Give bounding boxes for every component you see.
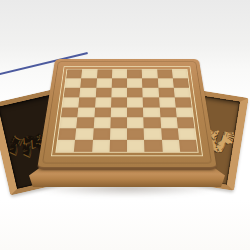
board-square-b1 <box>74 140 92 152</box>
board-square-e3 <box>127 118 144 129</box>
board-frame <box>37 59 217 170</box>
board-square-c8 <box>97 69 112 78</box>
board-square-c4 <box>94 107 111 117</box>
board-square-e8 <box>127 69 142 78</box>
board-square-g6 <box>158 88 174 98</box>
chess-board <box>37 59 217 170</box>
board-square-f4 <box>143 107 160 117</box>
board-square-h7 <box>173 78 189 87</box>
board-square-a5 <box>62 97 79 107</box>
board-inlay-border <box>51 66 203 156</box>
board-square-c2 <box>92 129 110 140</box>
board-square-h8 <box>172 69 188 78</box>
board-square-d7 <box>111 78 127 87</box>
chess-set-photo: ♜♞♝♛♟♞♝♟♜♚♟♞♟♝ ♜♞♝♛♟♞♝♟♜♚♟♞♟♝ <box>0 0 250 250</box>
board-square-f1 <box>144 140 162 152</box>
board-square-h1 <box>179 140 198 152</box>
board-square-b7 <box>80 78 96 87</box>
board-square-g4 <box>159 107 176 117</box>
board-square-h5 <box>174 97 191 107</box>
board-square-h3 <box>177 118 195 129</box>
board-square-a1 <box>56 140 75 152</box>
board-square-e5 <box>127 97 143 107</box>
board-square-g8 <box>157 69 173 78</box>
board-square-b2 <box>75 129 93 140</box>
board-square-f6 <box>143 88 159 98</box>
board-square-e1 <box>127 140 145 152</box>
board-square-c5 <box>95 97 111 107</box>
board-square-d8 <box>112 69 127 78</box>
board-square-g3 <box>160 118 178 129</box>
board-square-a7 <box>65 78 81 87</box>
board-square-b4 <box>77 107 94 117</box>
board-square-b6 <box>80 88 96 98</box>
board-square-e7 <box>127 78 143 87</box>
board-square-g5 <box>159 97 176 107</box>
board-square-e2 <box>127 129 144 140</box>
board-square-e6 <box>127 88 143 98</box>
board-square-a8 <box>66 69 82 78</box>
board-square-a4 <box>61 107 79 117</box>
board-square-b8 <box>81 69 97 78</box>
board-square-d3 <box>110 118 127 129</box>
board-square-f8 <box>142 69 157 78</box>
board-square-e4 <box>127 107 144 117</box>
board-square-b5 <box>79 97 96 107</box>
board-square-d4 <box>110 107 127 117</box>
board-square-a3 <box>60 118 78 129</box>
board-square-d5 <box>111 97 127 107</box>
board-square-d1 <box>109 140 127 152</box>
board-square-h4 <box>175 107 193 117</box>
board-square-f7 <box>142 78 158 87</box>
board-square-g1 <box>162 140 180 152</box>
board-square-d2 <box>110 129 127 140</box>
board-square-b3 <box>76 118 94 129</box>
board-base-plinth <box>29 167 225 187</box>
board-square-g2 <box>161 129 179 140</box>
board-square-f2 <box>144 129 162 140</box>
board-square-h6 <box>174 88 191 98</box>
board-square-a2 <box>58 129 76 140</box>
board-square-g7 <box>157 78 173 87</box>
board-square-c3 <box>93 118 110 129</box>
board-grid <box>55 69 198 153</box>
board-square-f5 <box>143 97 159 107</box>
board-square-c1 <box>92 140 110 152</box>
board-square-f3 <box>144 118 161 129</box>
board-square-h2 <box>178 129 196 140</box>
board-square-c7 <box>96 78 112 87</box>
board-square-d6 <box>111 88 127 98</box>
board-square-c6 <box>95 88 111 98</box>
board-square-a6 <box>64 88 81 98</box>
